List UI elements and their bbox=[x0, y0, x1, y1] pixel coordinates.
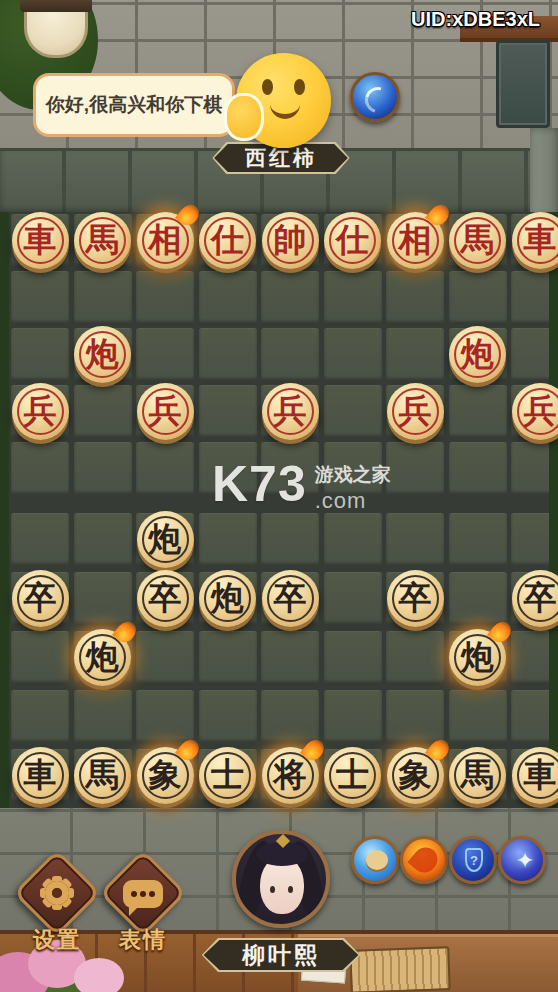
board-tile[interactable] bbox=[74, 572, 132, 624]
lightning-skill-orb[interactable]: ✦ bbox=[498, 836, 546, 884]
board-tile[interactable] bbox=[199, 385, 257, 437]
piece-black-炮[interactable]: 炮 bbox=[137, 511, 194, 568]
piece-glyph: 士 bbox=[211, 758, 244, 791]
piece-glyph: 兵 bbox=[399, 394, 432, 427]
emotes-label: 表情 bbox=[98, 925, 188, 955]
piece-black-象[interactable]: 象 bbox=[387, 747, 444, 804]
board-tile[interactable] bbox=[324, 385, 382, 437]
board-tile[interactable] bbox=[449, 271, 507, 323]
board-tile[interactable] bbox=[511, 328, 549, 380]
board-tile[interactable] bbox=[324, 513, 382, 565]
piece-glyph: 兵 bbox=[524, 394, 557, 427]
piece-black-炮[interactable]: 炮 bbox=[449, 629, 506, 686]
board-tile[interactable] bbox=[386, 442, 444, 494]
board-tile[interactable] bbox=[199, 690, 257, 742]
piece-glyph: 車 bbox=[24, 758, 57, 791]
piece-glyph: 兵 bbox=[149, 394, 182, 427]
board-tile[interactable] bbox=[261, 690, 319, 742]
piece-black-車[interactable]: 車 bbox=[12, 747, 69, 804]
piece-glyph: 馬 bbox=[461, 223, 494, 256]
board-tile[interactable] bbox=[386, 328, 444, 380]
piece-glyph: 士 bbox=[336, 758, 369, 791]
board-tile[interactable] bbox=[11, 271, 69, 323]
piece-glyph: 馬 bbox=[86, 223, 119, 256]
piece-glyph: 将 bbox=[274, 758, 307, 791]
piece-glyph: 兵 bbox=[24, 394, 57, 427]
board-tile[interactable] bbox=[324, 631, 382, 683]
piece-glyph: 相 bbox=[399, 223, 432, 256]
board-tile[interactable] bbox=[324, 271, 382, 323]
piece-glyph: 卒 bbox=[399, 581, 432, 614]
player-avatar[interactable] bbox=[232, 830, 330, 928]
lantern-cap bbox=[20, 0, 92, 12]
piece-red-相[interactable]: 相 bbox=[387, 212, 444, 269]
board-tile[interactable] bbox=[511, 513, 549, 565]
piece-black-卒[interactable]: 卒 bbox=[12, 570, 69, 627]
board-tile[interactable] bbox=[449, 442, 507, 494]
piece-glyph: 象 bbox=[399, 758, 432, 791]
lightning-star-icon: ✦ bbox=[501, 839, 549, 883]
piece-glyph: 車 bbox=[24, 223, 57, 256]
piece-red-兵[interactable]: 兵 bbox=[262, 383, 319, 440]
emoji-eye bbox=[294, 79, 305, 95]
shield-question-skill-orb[interactable]: ? bbox=[449, 836, 497, 884]
piece-glyph: 相 bbox=[149, 223, 182, 256]
water-piece-skill-orb[interactable] bbox=[351, 836, 399, 884]
board-tile[interactable] bbox=[199, 442, 257, 494]
piece-red-兵[interactable]: 兵 bbox=[137, 383, 194, 440]
piece-red-馬[interactable]: 馬 bbox=[449, 212, 506, 269]
piece-red-帥[interactable]: 帥 bbox=[262, 212, 319, 269]
board-tile[interactable] bbox=[136, 328, 194, 380]
hanging-sign-decoration bbox=[496, 40, 550, 128]
board-tile[interactable] bbox=[449, 690, 507, 742]
board-tile[interactable] bbox=[386, 513, 444, 565]
flame-icon bbox=[407, 842, 442, 877]
board-tile[interactable] bbox=[449, 513, 507, 565]
board-tile[interactable] bbox=[74, 271, 132, 323]
uid-label: UID:xDBE3xL bbox=[411, 8, 540, 31]
board-tile[interactable] bbox=[511, 271, 549, 323]
board-tile[interactable] bbox=[449, 572, 507, 624]
piece-black-炮[interactable]: 炮 bbox=[199, 570, 256, 627]
piece-red-車[interactable]: 車 bbox=[12, 212, 69, 269]
piece-glyph: 仕 bbox=[211, 223, 244, 256]
piece-red-馬[interactable]: 馬 bbox=[74, 212, 131, 269]
piece-glyph: 炮 bbox=[86, 337, 119, 370]
opponent-skill-orb-icon[interactable] bbox=[350, 72, 400, 122]
mini-chess-piece-icon bbox=[366, 850, 388, 870]
bamboo-scroll-decoration bbox=[349, 946, 450, 992]
piece-black-馬[interactable]: 馬 bbox=[74, 747, 131, 804]
board-tile[interactable] bbox=[11, 513, 69, 565]
board-tile[interactable] bbox=[136, 442, 194, 494]
board-tile[interactable] bbox=[261, 328, 319, 380]
board-tile[interactable] bbox=[511, 442, 549, 494]
board-tile[interactable] bbox=[386, 631, 444, 683]
board-tile[interactable] bbox=[199, 513, 257, 565]
board-tile[interactable] bbox=[199, 631, 257, 683]
piece-glyph: 炮 bbox=[461, 337, 494, 370]
piece-black-馬[interactable]: 馬 bbox=[449, 747, 506, 804]
piece-glyph: 卒 bbox=[24, 581, 57, 614]
xiangqi-board[interactable] bbox=[9, 212, 549, 810]
piece-red-兵[interactable]: 兵 bbox=[387, 383, 444, 440]
piece-red-炮[interactable]: 炮 bbox=[449, 326, 506, 383]
board-tile[interactable] bbox=[261, 442, 319, 494]
board-tile[interactable] bbox=[261, 513, 319, 565]
smiley-wave-emoji bbox=[236, 53, 331, 148]
piece-black-象[interactable]: 象 bbox=[137, 747, 194, 804]
board-tile[interactable] bbox=[74, 513, 132, 565]
piece-glyph: 炮 bbox=[211, 581, 244, 614]
board-tile[interactable] bbox=[324, 690, 382, 742]
board-tile[interactable] bbox=[199, 328, 257, 380]
board-tile[interactable] bbox=[136, 271, 194, 323]
board-tile[interactable] bbox=[324, 442, 382, 494]
emoji-eye bbox=[262, 79, 273, 95]
piece-red-仕[interactable]: 仕 bbox=[199, 212, 256, 269]
piece-glyph: 車 bbox=[524, 223, 557, 256]
board-tile[interactable] bbox=[199, 271, 257, 323]
piece-glyph: 卒 bbox=[149, 581, 182, 614]
piece-glyph: 卒 bbox=[274, 581, 307, 614]
board-tile[interactable] bbox=[74, 385, 132, 437]
board-tile[interactable] bbox=[74, 442, 132, 494]
emoji-smile bbox=[270, 103, 300, 119]
board-tile[interactable] bbox=[511, 631, 549, 683]
stone-pillar-decoration bbox=[530, 128, 558, 216]
piece-black-卒[interactable]: 卒 bbox=[137, 570, 194, 627]
piece-glyph: 帥 bbox=[274, 223, 307, 256]
emoji-waving-hand bbox=[224, 93, 264, 141]
board-tile[interactable] bbox=[324, 572, 382, 624]
piece-red-兵[interactable]: 兵 bbox=[12, 383, 69, 440]
fire-skill-orb[interactable] bbox=[400, 836, 448, 884]
game-screen: UID:xDBE3xL 你好,很高兴和你下棋 西红柿 車馬相仕帥仕相馬車炮炮兵兵… bbox=[0, 0, 558, 992]
board-tile[interactable] bbox=[136, 631, 194, 683]
board-tile[interactable] bbox=[511, 690, 549, 742]
piece-black-士[interactable]: 士 bbox=[324, 747, 381, 804]
board-tile[interactable] bbox=[261, 631, 319, 683]
piece-glyph: 卒 bbox=[524, 581, 557, 614]
piece-glyph: 馬 bbox=[461, 758, 494, 791]
piece-black-士[interactable]: 士 bbox=[199, 747, 256, 804]
settings-label: 设置 bbox=[12, 925, 102, 955]
player-nameplate: 柳叶熙 bbox=[191, 938, 371, 972]
piece-black-将[interactable]: 将 bbox=[262, 747, 319, 804]
board-tile[interactable] bbox=[449, 385, 507, 437]
piece-glyph: 車 bbox=[524, 758, 557, 791]
board-tile[interactable] bbox=[386, 690, 444, 742]
board-tile[interactable] bbox=[11, 328, 69, 380]
board-tile[interactable] bbox=[386, 271, 444, 323]
board-tile[interactable] bbox=[74, 690, 132, 742]
piece-glyph: 炮 bbox=[149, 522, 182, 555]
piece-glyph: 炮 bbox=[86, 640, 119, 673]
piece-glyph: 象 bbox=[149, 758, 182, 791]
piece-black-卒[interactable]: 卒 bbox=[262, 570, 319, 627]
piece-glyph: 仕 bbox=[336, 223, 369, 256]
board-tile[interactable] bbox=[136, 690, 194, 742]
piece-red-炮[interactable]: 炮 bbox=[74, 326, 131, 383]
piece-black-卒[interactable]: 卒 bbox=[387, 570, 444, 627]
opponent-chat-bubble: 你好,很高兴和你下棋 bbox=[33, 73, 235, 137]
grass-edge bbox=[548, 212, 558, 810]
board-tile[interactable] bbox=[11, 690, 69, 742]
piece-glyph: 炮 bbox=[461, 640, 494, 673]
piece-red-仕[interactable]: 仕 bbox=[324, 212, 381, 269]
piece-glyph: 兵 bbox=[274, 394, 307, 427]
board-tile[interactable] bbox=[261, 271, 319, 323]
piece-black-炮[interactable]: 炮 bbox=[74, 629, 131, 686]
piece-red-相[interactable]: 相 bbox=[137, 212, 194, 269]
piece-glyph: 馬 bbox=[86, 758, 119, 791]
board-tile[interactable] bbox=[11, 442, 69, 494]
board-tile[interactable] bbox=[324, 328, 382, 380]
shield-icon: ? bbox=[465, 848, 483, 872]
board-tile[interactable] bbox=[11, 631, 69, 683]
